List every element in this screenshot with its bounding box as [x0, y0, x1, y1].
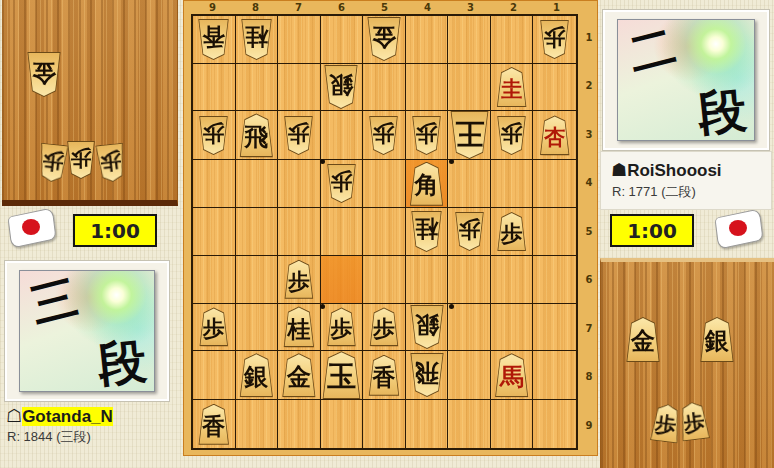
piece-kanji: 歩 — [288, 270, 310, 292]
square-45[interactable]: 桂 — [406, 208, 449, 256]
piece-face: 金 — [282, 354, 316, 396]
square-54[interactable] — [363, 160, 406, 208]
square-13[interactable]: 杏 — [533, 111, 576, 160]
square-83[interactable]: 飛 — [236, 111, 279, 160]
piece-face: 歩 — [327, 165, 356, 202]
square-51[interactable]: 金 — [363, 16, 406, 64]
square-24[interactable] — [491, 160, 534, 208]
piece-kanji: 金 — [631, 329, 655, 353]
square-14[interactable] — [533, 160, 576, 208]
square-55[interactable] — [363, 208, 406, 256]
square-18[interactable] — [533, 351, 576, 400]
rank-kanji: 段 — [96, 336, 149, 389]
sente-rating: R: 1771 (二段) — [612, 183, 696, 201]
square-26[interactable] — [491, 256, 534, 304]
square-99[interactable]: 香 — [193, 400, 236, 448]
piece-face: 歩 — [412, 117, 441, 154]
square-25[interactable]: 歩 — [491, 208, 534, 256]
piece-kanji: 王 — [455, 119, 484, 148]
shogi-board: 987654321 123456789 香桂金歩銀圭歩飛歩歩歩王歩杏歩角桂歩歩歩… — [183, 0, 598, 456]
square-47[interactable]: 銀 — [406, 304, 449, 352]
piece-face: 香 — [198, 20, 229, 59]
square-77[interactable]: 桂 — [278, 304, 321, 352]
gote-clock: 1:00 — [73, 214, 157, 247]
square-21[interactable] — [491, 16, 534, 64]
piece-silver-47[interactable]: 銀 — [409, 305, 445, 349]
piece-face: 歩 — [650, 403, 682, 442]
piece-kanji: 歩 — [288, 123, 310, 145]
square-38[interactable] — [448, 351, 491, 400]
piece-kanji: 銀 — [329, 74, 353, 98]
piece-kanji: 銀 — [244, 365, 268, 389]
piece-face: 歩 — [540, 21, 569, 58]
piece-face: 歩 — [369, 308, 398, 345]
piece-pawn-76[interactable]: 歩 — [283, 260, 314, 299]
piece-pawn-43[interactable]: 歩 — [411, 116, 442, 155]
hoshi-dot — [449, 159, 454, 164]
piece-rook-83[interactable]: 飛 — [238, 113, 274, 157]
square-52[interactable] — [363, 64, 406, 112]
square-85[interactable] — [236, 208, 279, 256]
piece-kanji: 歩 — [330, 171, 352, 193]
piece-kanji: 香 — [202, 26, 225, 49]
gote-captured-pieces-tray[interactable]: 金歩歩歩 — [2, 0, 178, 206]
piece-face: 杏 — [540, 116, 570, 154]
square-91[interactable]: 香 — [193, 16, 236, 64]
square-56[interactable] — [363, 256, 406, 304]
square-31[interactable] — [448, 16, 491, 64]
piece-kanji: 飛 — [415, 362, 439, 386]
square-78[interactable]: 金 — [278, 351, 321, 400]
sente-captured-pieces-tray[interactable]: 金銀歩歩 — [600, 258, 774, 468]
square-72[interactable] — [278, 64, 321, 112]
piece-king-68[interactable]: 玉 — [321, 351, 362, 399]
square-33[interactable]: 王 — [448, 111, 491, 160]
rank-label-8: 8 — [580, 353, 598, 401]
piece-face: 歩 — [284, 261, 313, 298]
piece-face: 銀 — [410, 306, 444, 348]
square-62[interactable]: 銀 — [321, 64, 364, 112]
piece-face: 金 — [27, 53, 61, 96]
piece-face: 歩 — [678, 401, 710, 440]
piece-promoted-bishop-28[interactable]: 馬 — [494, 353, 530, 397]
gote-rank-certificate: 三 段 — [4, 260, 170, 402]
square-41[interactable] — [406, 16, 449, 64]
square-17[interactable] — [533, 304, 576, 352]
square-34[interactable] — [448, 160, 491, 208]
piece-rook-48[interactable]: 飛 — [409, 353, 445, 397]
square-97[interactable]: 歩 — [193, 304, 236, 352]
piece-kanji: 歩 — [373, 317, 395, 339]
piece-pawn-73[interactable]: 歩 — [283, 116, 314, 155]
piece-pawn-53[interactable]: 歩 — [368, 116, 399, 155]
piece-kanji: 香 — [202, 414, 225, 437]
piece-face: 王 — [450, 112, 489, 158]
piece-kanji: 桂 — [245, 26, 268, 49]
piece-king-33[interactable]: 王 — [449, 111, 490, 159]
piece-kanji: 歩 — [99, 150, 122, 173]
piece-kanji: 桂 — [415, 218, 438, 241]
square-39[interactable] — [448, 400, 491, 448]
square-59[interactable] — [363, 400, 406, 448]
piece-lance-99[interactable]: 香 — [197, 404, 230, 445]
square-66[interactable] — [321, 256, 364, 304]
rank-label-7: 7 — [580, 305, 598, 353]
piece-face: 馬 — [495, 354, 529, 396]
hoshi-dot — [449, 304, 454, 309]
square-73[interactable]: 歩 — [278, 111, 321, 160]
piece-knight-81[interactable]: 桂 — [240, 19, 273, 60]
square-46[interactable] — [406, 256, 449, 304]
piece-gold-in-hand[interactable]: 金 — [26, 52, 62, 97]
square-53[interactable]: 歩 — [363, 111, 406, 160]
piece-face: 香 — [198, 405, 229, 444]
gote-name-text: Gotanda_N — [22, 407, 113, 426]
piece-pawn-in-hand[interactable]: 歩 — [677, 400, 711, 441]
piece-face: 歩 — [284, 117, 313, 154]
piece-pawn-25[interactable]: 歩 — [496, 212, 527, 251]
piece-face: 桂 — [283, 307, 314, 346]
square-29[interactable] — [491, 400, 534, 448]
square-87[interactable] — [236, 304, 279, 352]
hoshi-dot — [320, 159, 325, 164]
file-label-8: 8 — [234, 1, 277, 14]
piece-face: 歩 — [199, 117, 228, 154]
piece-knight-45[interactable]: 桂 — [410, 211, 443, 252]
piece-face: 飛 — [239, 114, 273, 156]
square-64[interactable]: 歩 — [321, 160, 364, 208]
piece-pawn-67[interactable]: 歩 — [326, 307, 357, 346]
piece-kanji: 歩 — [682, 411, 705, 434]
file-label-1: 1 — [535, 1, 578, 14]
square-44[interactable]: 角 — [406, 160, 449, 208]
square-93[interactable]: 歩 — [193, 111, 236, 160]
piece-pawn-57[interactable]: 歩 — [368, 307, 399, 346]
rank-coordinate-labels: 123456789 — [580, 14, 598, 450]
sente-player-card: ☗RoiShooosi R: 1771 (二段) — [600, 151, 772, 210]
piece-face: 歩 — [199, 308, 228, 345]
sente-clock: 1:00 — [610, 214, 694, 247]
piece-face: 圭 — [497, 68, 527, 106]
flag-red-disc — [729, 220, 747, 236]
square-68[interactable]: 玉 — [321, 351, 364, 400]
square-37[interactable] — [448, 304, 491, 352]
piece-kanji: 歩 — [203, 317, 225, 339]
board-grid: 香桂金歩銀圭歩飛歩歩歩王歩杏歩角桂歩歩歩歩桂歩歩銀銀金玉香飛馬香 — [191, 14, 578, 450]
square-35[interactable]: 歩 — [448, 208, 491, 256]
piece-kanji: 飛 — [244, 125, 268, 149]
piece-gold-in-hand[interactable]: 金 — [625, 317, 661, 362]
rank-label-5: 5 — [580, 208, 598, 256]
piece-kanji: 金 — [32, 61, 56, 85]
piece-face: 金 — [367, 18, 401, 60]
square-67[interactable]: 歩 — [321, 304, 364, 352]
piece-gold-51[interactable]: 金 — [366, 17, 402, 61]
japan-flag-icon — [714, 210, 766, 250]
piece-kanji: 銀 — [415, 313, 439, 337]
square-74[interactable] — [278, 160, 321, 208]
japan-flag-icon — [7, 209, 59, 249]
piece-kanji: 金 — [287, 365, 311, 389]
piece-face: 桂 — [411, 212, 442, 251]
square-58[interactable]: 香 — [363, 351, 406, 400]
square-92[interactable] — [193, 64, 236, 112]
piece-face: 飛 — [410, 354, 444, 396]
square-49[interactable] — [406, 400, 449, 448]
piece-kanji: 歩 — [501, 123, 523, 145]
rank-kanji: 三 — [26, 273, 82, 329]
rank-label-9: 9 — [580, 402, 598, 450]
square-61[interactable] — [321, 16, 364, 64]
file-label-9: 9 — [191, 1, 234, 14]
file-label-3: 3 — [449, 1, 492, 14]
piece-pawn-11[interactable]: 歩 — [539, 20, 570, 59]
sente-rank-certificate: 二 段 — [602, 9, 770, 151]
file-label-7: 7 — [277, 1, 320, 14]
piece-face: 歩 — [369, 117, 398, 154]
piece-kanji: 歩 — [654, 413, 677, 436]
gote-player-name: ☖Gotanda_N — [6, 405, 113, 427]
rank-label-3: 3 — [580, 111, 598, 159]
piece-face: 香 — [368, 356, 399, 395]
piece-kanji: 金 — [372, 26, 396, 50]
gote-rating: R: 1844 (三段) — [7, 428, 91, 446]
piece-face: 歩 — [327, 308, 356, 345]
file-label-4: 4 — [406, 1, 449, 14]
piece-pawn-23[interactable]: 歩 — [496, 116, 527, 155]
piece-kanji: 歩 — [42, 150, 65, 173]
sente-player-name: ☗RoiShooosi — [611, 159, 722, 181]
piece-promoted-knight-22[interactable]: 圭 — [496, 67, 528, 107]
piece-face: 歩 — [497, 117, 526, 154]
piece-face: 角 — [410, 163, 444, 205]
piece-kanji: 歩 — [458, 219, 480, 241]
gote-piece-symbol: ☖ — [6, 406, 22, 426]
square-32[interactable] — [448, 64, 491, 112]
square-69[interactable] — [321, 400, 364, 448]
square-19[interactable] — [533, 400, 576, 448]
piece-face: 歩 — [37, 144, 69, 183]
piece-face: 銀 — [324, 66, 358, 108]
piece-kanji: 香 — [372, 365, 395, 388]
piece-face: 歩 — [455, 213, 484, 250]
piece-silver-88[interactable]: 銀 — [238, 353, 274, 397]
piece-kanji: 歩 — [71, 148, 92, 169]
sente-rank-certificate-image: 二 段 — [617, 19, 755, 141]
square-22[interactable]: 圭 — [491, 64, 534, 112]
piece-bishop-44[interactable]: 角 — [409, 162, 445, 206]
rank-label-1: 1 — [580, 14, 598, 62]
square-12[interactable] — [533, 64, 576, 112]
square-16[interactable] — [533, 256, 576, 304]
piece-pawn-64[interactable]: 歩 — [326, 164, 357, 203]
piece-face: 玉 — [322, 352, 361, 398]
rank-label-4: 4 — [580, 159, 598, 207]
piece-kanji: 歩 — [373, 123, 395, 145]
piece-kanji: 馬 — [500, 365, 524, 389]
shogi-game-screen: 金歩歩歩 1:00 三 段 ☖Gotanda_N R: 1844 (三段) 98… — [0, 0, 774, 468]
square-75[interactable] — [278, 208, 321, 256]
square-76[interactable]: 歩 — [278, 256, 321, 304]
piece-kanji: 銀 — [705, 329, 729, 353]
piece-face: 銀 — [239, 354, 273, 396]
piece-pawn-in-hand[interactable]: 歩 — [36, 143, 70, 184]
piece-face: 銀 — [700, 318, 734, 361]
square-84[interactable] — [236, 160, 279, 208]
gote-rank-certificate-image: 三 段 — [19, 270, 155, 392]
piece-kanji: 圭 — [501, 78, 522, 99]
square-11[interactable]: 歩 — [533, 16, 576, 64]
piece-face: 歩 — [497, 213, 526, 250]
file-coordinate-labels: 987654321 — [191, 1, 578, 14]
piece-pawn-in-hand[interactable]: 歩 — [66, 141, 96, 179]
sente-piece-symbol: ☗ — [611, 160, 627, 180]
piece-silver-in-hand[interactable]: 銀 — [699, 317, 735, 362]
square-96[interactable] — [193, 256, 236, 304]
hoshi-dot — [320, 304, 325, 309]
piece-kanji: 桂 — [287, 317, 310, 340]
piece-face: 桂 — [241, 20, 272, 59]
flag-red-disc — [22, 219, 40, 235]
rank-kanji: 段 — [695, 85, 748, 138]
piece-pawn-97[interactable]: 歩 — [198, 307, 229, 346]
piece-silver-62[interactable]: 銀 — [323, 65, 359, 109]
piece-pawn-in-hand[interactable]: 歩 — [94, 143, 128, 184]
piece-lance-91[interactable]: 香 — [197, 19, 230, 60]
file-label-6: 6 — [320, 1, 363, 14]
piece-kanji: 歩 — [501, 222, 523, 244]
piece-kanji: 角 — [415, 173, 439, 197]
piece-kanji: 杏 — [544, 126, 565, 147]
square-63[interactable] — [321, 111, 364, 160]
square-15[interactable] — [533, 208, 576, 256]
square-36[interactable] — [448, 256, 491, 304]
piece-kanji: 歩 — [330, 317, 352, 339]
file-label-5: 5 — [363, 1, 406, 14]
piece-kanji: 歩 — [544, 27, 566, 49]
piece-face: 歩 — [95, 144, 127, 183]
piece-kanji: 歩 — [416, 123, 438, 145]
sente-name-text: RoiShooosi — [627, 161, 721, 180]
square-82[interactable] — [236, 64, 279, 112]
piece-kanji: 玉 — [327, 362, 356, 391]
piece-knight-77[interactable]: 桂 — [282, 306, 315, 347]
piece-promoted-lance-13[interactable]: 杏 — [539, 115, 571, 155]
piece-face: 歩 — [67, 142, 95, 178]
square-94[interactable] — [193, 160, 236, 208]
square-86[interactable] — [236, 256, 279, 304]
square-42[interactable] — [406, 64, 449, 112]
piece-kanji: 歩 — [203, 123, 225, 145]
piece-face: 金 — [626, 318, 660, 361]
square-28[interactable]: 馬 — [491, 351, 534, 400]
piece-gold-78[interactable]: 金 — [281, 353, 317, 397]
square-27[interactable] — [491, 304, 534, 352]
piece-pawn-in-hand[interactable]: 歩 — [649, 402, 683, 443]
square-23[interactable]: 歩 — [491, 111, 534, 160]
square-57[interactable]: 歩 — [363, 304, 406, 352]
square-89[interactable] — [236, 400, 279, 448]
file-label-2: 2 — [492, 1, 535, 14]
square-71[interactable] — [278, 16, 321, 64]
square-43[interactable]: 歩 — [406, 111, 449, 160]
piece-pawn-93[interactable]: 歩 — [198, 116, 229, 155]
square-88[interactable]: 銀 — [236, 351, 279, 400]
square-65[interactable] — [321, 208, 364, 256]
piece-lance-58[interactable]: 香 — [367, 355, 400, 396]
square-95[interactable] — [193, 208, 236, 256]
rank-label-2: 2 — [580, 62, 598, 110]
rank-kanji: 二 — [624, 22, 680, 78]
square-79[interactable] — [278, 400, 321, 448]
rank-label-6: 6 — [580, 256, 598, 304]
square-98[interactable] — [193, 351, 236, 400]
piece-pawn-35[interactable]: 歩 — [454, 212, 485, 251]
square-48[interactable]: 飛 — [406, 351, 449, 400]
square-81[interactable]: 桂 — [236, 16, 279, 64]
